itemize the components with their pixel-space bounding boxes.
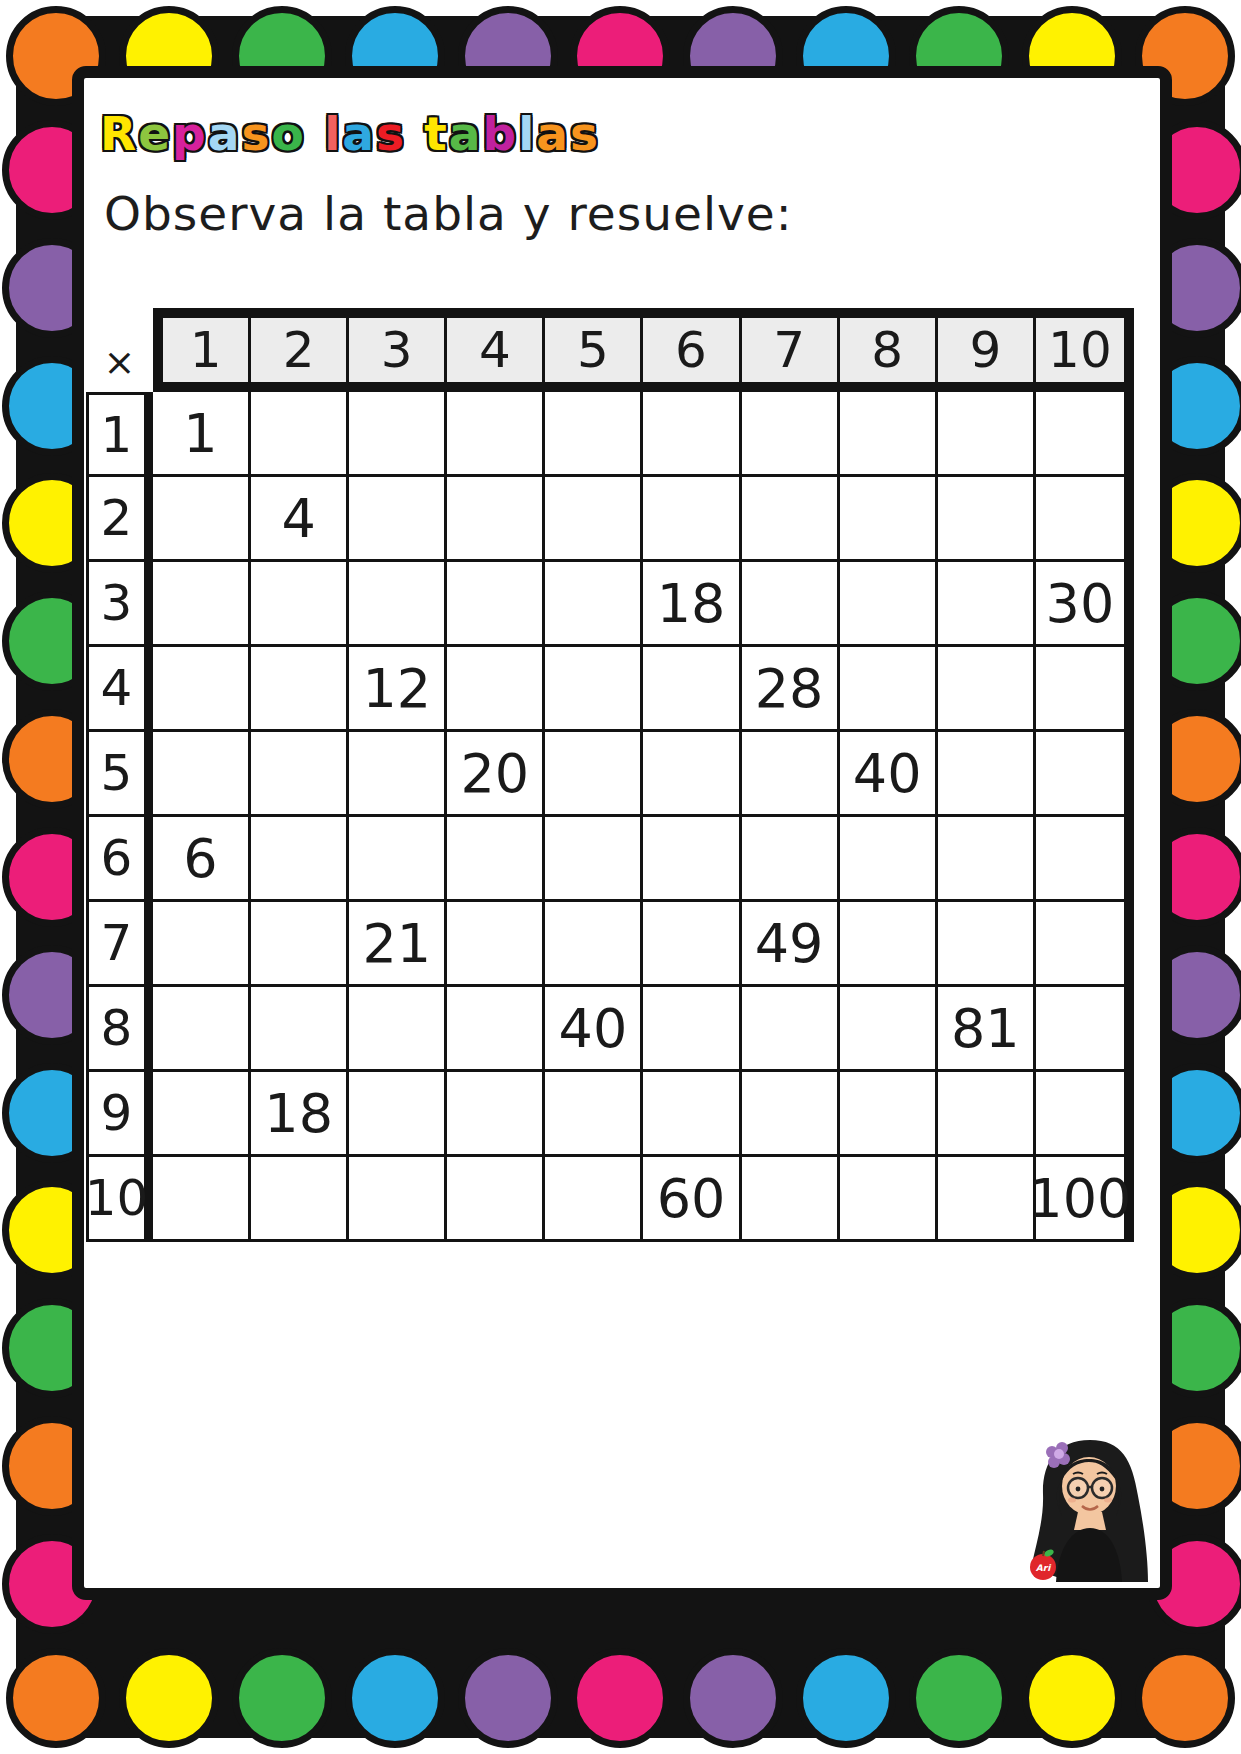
cell-r10c9[interactable] [938, 1157, 1036, 1242]
title-letter: s [376, 106, 406, 161]
title-letter: s [241, 106, 271, 161]
scallop-bottom-circle-9 [909, 1648, 1009, 1748]
cell-r4c7[interactable]: 28 [742, 647, 840, 732]
cell-r10c5[interactable] [545, 1157, 643, 1242]
cell-r3c7[interactable] [742, 562, 840, 647]
title-letter [306, 106, 324, 161]
cell-r7c5[interactable] [545, 902, 643, 987]
scallop-bottom-circle-10 [1022, 1648, 1122, 1748]
title-letter: a [342, 106, 376, 161]
cell-r7c6[interactable] [643, 902, 741, 987]
scallop-bottom-circle-7 [683, 1648, 783, 1748]
cell-r4c4[interactable] [447, 647, 545, 732]
cell-r3c6[interactable]: 18 [643, 562, 741, 647]
cell-r3c1[interactable] [153, 562, 251, 647]
cell-r10c6[interactable]: 60 [643, 1157, 741, 1242]
row-header-7: 7 [86, 902, 153, 987]
cell-r2c2[interactable]: 4 [251, 477, 349, 562]
cell-r8c1[interactable] [153, 987, 251, 1072]
cell-r10c2[interactable] [251, 1157, 349, 1242]
row-header-1: 1 [86, 392, 153, 477]
cell-r1c7[interactable] [742, 392, 840, 477]
col-header-8: 8 [840, 308, 938, 392]
cell-r10c4[interactable] [447, 1157, 545, 1242]
col-header-3: 3 [349, 308, 447, 392]
cell-r2c3[interactable] [349, 477, 447, 562]
cell-r2c4[interactable] [447, 477, 545, 562]
cell-r9c1[interactable] [153, 1072, 251, 1157]
cell-r7c3[interactable]: 21 [349, 902, 447, 987]
cell-r8c9[interactable]: 81 [938, 987, 1036, 1072]
title-letter: e [138, 106, 172, 161]
cell-r1c9[interactable] [938, 392, 1036, 477]
cell-r5c6[interactable] [643, 732, 741, 817]
col-header-10: 10 [1036, 308, 1134, 392]
svg-text:Ari: Ari [1036, 1563, 1052, 1573]
cell-r1c5[interactable] [545, 392, 643, 477]
col-header-5: 5 [545, 308, 643, 392]
cell-r4c10[interactable] [1036, 647, 1134, 732]
multiplication-table: ×123456789101124318304122852040667214984… [86, 308, 1134, 1242]
title-letter [406, 106, 424, 161]
cell-r3c4[interactable] [447, 562, 545, 647]
cell-r10c3[interactable] [349, 1157, 447, 1242]
title-letter: a [536, 106, 570, 161]
title-letter: l [518, 106, 536, 161]
cell-r6c4[interactable] [447, 817, 545, 902]
cell-r4c6[interactable] [643, 647, 741, 732]
cell-r6c8[interactable] [840, 817, 938, 902]
title-letter: R [100, 106, 138, 161]
cell-r3c10[interactable]: 30 [1036, 562, 1134, 647]
corner-multiply-label: × [86, 308, 153, 392]
cell-r7c1[interactable] [153, 902, 251, 987]
cell-r9c8[interactable] [840, 1072, 938, 1157]
cell-r2c7[interactable] [742, 477, 840, 562]
cell-r4c8[interactable] [840, 647, 938, 732]
cell-r10c1[interactable] [153, 1157, 251, 1242]
col-header-6: 6 [643, 308, 741, 392]
worksheet-canvas: Repaso las tablas Observa la tabla y res… [0, 0, 1241, 1754]
cell-r1c2[interactable] [251, 392, 349, 477]
title-letter: o [271, 106, 305, 161]
avatar: Ari [1026, 1432, 1154, 1582]
cell-r9c9[interactable] [938, 1072, 1036, 1157]
cell-r6c10[interactable] [1036, 817, 1134, 902]
cell-r6c1[interactable]: 6 [153, 817, 251, 902]
row-header-9: 9 [86, 1072, 153, 1157]
cell-r6c3[interactable] [349, 817, 447, 902]
cell-r5c1[interactable] [153, 732, 251, 817]
title-letter: p [172, 106, 208, 161]
cell-r1c6[interactable] [643, 392, 741, 477]
cell-r6c5[interactable] [545, 817, 643, 902]
row-header-3: 3 [86, 562, 153, 647]
cell-r10c7[interactable] [742, 1157, 840, 1242]
cell-r7c10[interactable] [1036, 902, 1134, 987]
cell-r9c10[interactable] [1036, 1072, 1134, 1157]
cell-r7c9[interactable] [938, 902, 1036, 987]
cell-r3c2[interactable] [251, 562, 349, 647]
cell-r1c4[interactable] [447, 392, 545, 477]
cell-r10c8[interactable] [840, 1157, 938, 1242]
cell-r3c8[interactable] [840, 562, 938, 647]
cell-r8c5[interactable]: 40 [545, 987, 643, 1072]
cell-r8c8[interactable] [840, 987, 938, 1072]
cell-r9c6[interactable] [643, 1072, 741, 1157]
cell-r7c7[interactable]: 49 [742, 902, 840, 987]
title-letter: b [483, 106, 519, 161]
cell-r9c3[interactable] [349, 1072, 447, 1157]
cell-r4c9[interactable] [938, 647, 1036, 732]
title-letter: a [449, 106, 483, 161]
col-header-7: 7 [742, 308, 840, 392]
scallop-bottom-circle-2 [119, 1648, 219, 1748]
row-header-10: 10 [86, 1157, 153, 1242]
cell-r4c5[interactable] [545, 647, 643, 732]
cell-r4c2[interactable] [251, 647, 349, 732]
cell-r1c8[interactable] [840, 392, 938, 477]
cell-r1c1[interactable]: 1 [153, 392, 251, 477]
cell-r5c2[interactable] [251, 732, 349, 817]
row-header-4: 4 [86, 647, 153, 732]
cell-r9c5[interactable] [545, 1072, 643, 1157]
scallop-bottom-circle-8 [796, 1648, 896, 1748]
cell-r2c5[interactable] [545, 477, 643, 562]
title-letter: t [424, 106, 448, 161]
cell-r8c4[interactable] [447, 987, 545, 1072]
scallop-bottom-circle-4 [345, 1648, 445, 1748]
page-title: Repaso las tablas [100, 106, 600, 161]
scallop-border-bottom [6, 1648, 1235, 1748]
cell-r5c3[interactable] [349, 732, 447, 817]
flower-icon [1046, 1442, 1070, 1468]
cell-r2c10[interactable] [1036, 477, 1134, 562]
cell-r8c3[interactable] [349, 987, 447, 1072]
cell-r3c5[interactable] [545, 562, 643, 647]
cell-r8c10[interactable] [1036, 987, 1134, 1072]
col-header-4: 4 [447, 308, 545, 392]
scallop-bottom-circle-1 [6, 1648, 106, 1748]
col-header-1: 1 [153, 308, 251, 392]
col-header-2: 2 [251, 308, 349, 392]
scallop-bottom-circle-6 [570, 1648, 670, 1748]
worksheet-page: Repaso las tablas Observa la tabla y res… [72, 66, 1172, 1600]
col-header-9: 9 [938, 308, 1036, 392]
cell-r3c3[interactable] [349, 562, 447, 647]
cell-r2c6[interactable] [643, 477, 741, 562]
title-letter: a [208, 106, 242, 161]
apple-badge: Ari [1030, 1548, 1056, 1580]
cell-r8c7[interactable] [742, 987, 840, 1072]
cell-r8c6[interactable] [643, 987, 741, 1072]
cell-r5c4[interactable]: 20 [447, 732, 545, 817]
cell-r9c4[interactable] [447, 1072, 545, 1157]
cell-r8c2[interactable] [251, 987, 349, 1072]
cell-r4c3[interactable]: 12 [349, 647, 447, 732]
row-header-5: 5 [86, 732, 153, 817]
cell-r6c7[interactable] [742, 817, 840, 902]
title-letter: s [570, 106, 600, 161]
cell-r6c2[interactable] [251, 817, 349, 902]
row-header-8: 8 [86, 987, 153, 1072]
cell-r7c2[interactable] [251, 902, 349, 987]
cell-r6c9[interactable] [938, 817, 1036, 902]
cell-r1c10[interactable] [1036, 392, 1134, 477]
cell-r5c7[interactable] [742, 732, 840, 817]
cell-r7c4[interactable] [447, 902, 545, 987]
instruction-text: Observa la tabla y resuelve: [104, 186, 793, 241]
cell-r5c8[interactable]: 40 [840, 732, 938, 817]
cell-r1c3[interactable] [349, 392, 447, 477]
row-header-6: 6 [86, 817, 153, 902]
cell-r3c9[interactable] [938, 562, 1036, 647]
cell-r2c9[interactable] [938, 477, 1036, 562]
title-letter: l [324, 106, 342, 161]
cell-r10c10[interactable]: 100 [1036, 1157, 1134, 1242]
cell-r9c7[interactable] [742, 1072, 840, 1157]
cell-r6c6[interactable] [643, 817, 741, 902]
cell-r5c5[interactable] [545, 732, 643, 817]
cell-r7c8[interactable] [840, 902, 938, 987]
row-header-2: 2 [86, 477, 153, 562]
cell-r4c1[interactable] [153, 647, 251, 732]
cell-r5c10[interactable] [1036, 732, 1134, 817]
scallop-bottom-circle-5 [458, 1648, 558, 1748]
cell-r2c8[interactable] [840, 477, 938, 562]
scallop-bottom-circle-3 [232, 1648, 332, 1748]
scallop-bottom-circle-11 [1135, 1648, 1235, 1748]
cell-r9c2[interactable]: 18 [251, 1072, 349, 1157]
cell-r5c9[interactable] [938, 732, 1036, 817]
cell-r2c1[interactable] [153, 477, 251, 562]
